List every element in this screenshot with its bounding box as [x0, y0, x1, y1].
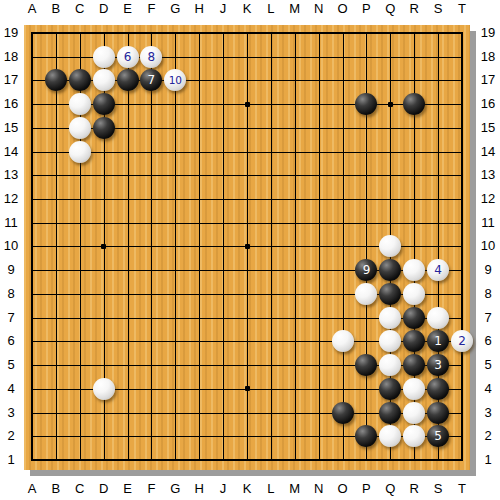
col-label-L: L [260, 482, 282, 496]
stone-Q9[interactable] [379, 259, 401, 281]
move-number-9: 9 [363, 264, 371, 276]
row-label-14: 14 [477, 145, 499, 159]
row-label-3: 3 [477, 406, 499, 420]
grid-line-vertical [461, 32, 463, 461]
stone-E18[interactable]: 6 [117, 46, 139, 68]
col-label-C: C [69, 482, 91, 496]
col-label-B: B [45, 482, 67, 496]
col-label-A: A [21, 2, 43, 16]
stone-P2[interactable] [355, 425, 377, 447]
col-label-P: P [355, 2, 377, 16]
stone-D17[interactable] [93, 69, 115, 91]
row-label-13: 13 [477, 168, 499, 182]
stone-F18[interactable]: 8 [140, 46, 162, 68]
col-label-E: E [117, 482, 139, 496]
col-label-T: T [451, 482, 473, 496]
row-label-1: 1 [0, 453, 22, 467]
move-number-8: 8 [148, 51, 156, 63]
stone-R7[interactable] [403, 307, 425, 329]
col-label-T: T [451, 2, 473, 16]
col-label-C: C [69, 2, 91, 16]
stone-Q2[interactable] [379, 425, 401, 447]
col-label-O: O [332, 2, 354, 16]
move-number-4: 4 [434, 264, 442, 276]
stone-T6[interactable]: 2 [451, 330, 473, 352]
move-number-6: 6 [124, 51, 132, 63]
stone-Q6[interactable] [379, 330, 401, 352]
stone-D4[interactable] [93, 378, 115, 400]
stone-R3[interactable] [403, 402, 425, 424]
col-label-H: H [188, 2, 210, 16]
stone-D15[interactable] [93, 117, 115, 139]
row-label-18: 18 [477, 50, 499, 64]
stone-R4[interactable] [403, 378, 425, 400]
stone-S9[interactable]: 4 [427, 259, 449, 281]
row-label-19: 19 [0, 26, 22, 40]
star-point-D10 [101, 244, 106, 249]
col-label-S: S [427, 2, 449, 16]
col-label-R: R [403, 482, 425, 496]
col-label-M: M [284, 2, 306, 16]
row-label-7: 7 [477, 311, 499, 325]
stone-Q4[interactable] [379, 378, 401, 400]
row-label-3: 3 [0, 406, 22, 420]
row-label-18: 18 [0, 50, 22, 64]
col-label-J: J [212, 482, 234, 496]
stone-S7[interactable] [427, 307, 449, 329]
stone-C16[interactable] [69, 93, 91, 115]
star-point-K4 [245, 386, 250, 391]
row-label-15: 15 [0, 121, 22, 135]
row-label-11: 11 [0, 216, 22, 230]
stone-R5[interactable] [403, 354, 425, 376]
col-label-G: G [164, 482, 186, 496]
grid-line-vertical [295, 33, 296, 461]
col-label-N: N [308, 482, 330, 496]
row-label-10: 10 [477, 239, 499, 253]
grid-line-vertical [343, 33, 344, 461]
star-point-K10 [245, 244, 250, 249]
row-label-8: 8 [0, 287, 22, 301]
col-label-J: J [212, 2, 234, 16]
stone-R2[interactable] [403, 425, 425, 447]
stone-S5[interactable]: 3 [427, 354, 449, 376]
stone-F17[interactable]: 7 [140, 69, 162, 91]
goban[interactable]: 68710941235 [24, 25, 470, 470]
star-point-Q16 [388, 102, 393, 107]
move-number-2: 2 [458, 335, 466, 347]
row-label-19: 19 [477, 26, 499, 40]
stone-C15[interactable] [69, 117, 91, 139]
row-label-2: 2 [0, 429, 22, 443]
col-label-G: G [164, 2, 186, 16]
stone-Q5[interactable] [379, 354, 401, 376]
row-label-1: 1 [477, 453, 499, 467]
row-label-17: 17 [0, 73, 22, 87]
row-label-16: 16 [477, 97, 499, 111]
col-label-Q: Q [379, 2, 401, 16]
stone-B17[interactable] [45, 69, 67, 91]
row-label-14: 14 [0, 145, 22, 159]
col-label-Q: Q [379, 482, 401, 496]
stone-O3[interactable] [332, 402, 354, 424]
row-label-8: 8 [477, 287, 499, 301]
row-label-17: 17 [477, 73, 499, 87]
col-label-K: K [236, 482, 258, 496]
col-label-D: D [93, 2, 115, 16]
stone-D16[interactable] [93, 93, 115, 115]
stone-C14[interactable] [69, 141, 91, 163]
stone-P16[interactable] [355, 93, 377, 115]
row-label-5: 5 [0, 358, 22, 372]
stone-E17[interactable] [117, 69, 139, 91]
col-label-M: M [284, 482, 306, 496]
col-label-E: E [117, 2, 139, 16]
stone-C17[interactable] [69, 69, 91, 91]
row-label-9: 9 [477, 263, 499, 277]
move-number-5: 5 [434, 430, 442, 442]
col-label-R: R [403, 2, 425, 16]
row-label-5: 5 [477, 358, 499, 372]
stone-R6[interactable] [403, 330, 425, 352]
grid-line-vertical [271, 33, 272, 461]
row-label-4: 4 [477, 382, 499, 396]
row-label-13: 13 [0, 168, 22, 182]
col-label-H: H [188, 482, 210, 496]
col-label-B: B [45, 2, 67, 16]
col-label-F: F [140, 2, 162, 16]
col-label-D: D [93, 482, 115, 496]
move-number-7: 7 [148, 74, 156, 86]
stone-S4[interactable] [427, 378, 449, 400]
row-label-12: 12 [0, 192, 22, 206]
stone-R9[interactable] [403, 259, 425, 281]
col-label-A: A [21, 482, 43, 496]
row-label-10: 10 [0, 239, 22, 253]
stone-O6[interactable] [332, 330, 354, 352]
stone-P8[interactable] [355, 283, 377, 305]
col-label-K: K [236, 2, 258, 16]
row-label-2: 2 [477, 429, 499, 443]
stone-Q3[interactable] [379, 402, 401, 424]
row-label-9: 9 [0, 263, 22, 277]
col-label-N: N [308, 2, 330, 16]
stone-S6[interactable]: 1 [427, 330, 449, 352]
col-label-O: O [332, 482, 354, 496]
grid-line-horizontal [31, 459, 463, 461]
stone-Q7[interactable] [379, 307, 401, 329]
stone-D18[interactable] [93, 46, 115, 68]
col-label-L: L [260, 2, 282, 16]
row-label-11: 11 [477, 216, 499, 230]
stone-S3[interactable] [427, 402, 449, 424]
row-label-6: 6 [477, 334, 499, 348]
star-point-K16 [245, 102, 250, 107]
stone-R16[interactable] [403, 93, 425, 115]
row-label-12: 12 [477, 192, 499, 206]
col-label-S: S [427, 482, 449, 496]
col-label-F: F [140, 482, 162, 496]
stone-P9[interactable]: 9 [355, 259, 377, 281]
row-label-15: 15 [477, 121, 499, 135]
row-label-4: 4 [0, 382, 22, 396]
stone-G17[interactable]: 10 [164, 69, 186, 91]
move-number-10: 10 [169, 74, 182, 86]
stone-R8[interactable] [403, 283, 425, 305]
stone-Q8[interactable] [379, 283, 401, 305]
stone-P5[interactable] [355, 354, 377, 376]
move-number-3: 3 [434, 359, 442, 371]
grid-line-vertical [319, 33, 320, 461]
stone-S2[interactable]: 5 [427, 425, 449, 447]
row-label-6: 6 [0, 334, 22, 348]
row-label-16: 16 [0, 97, 22, 111]
col-label-P: P [355, 482, 377, 496]
stone-Q10[interactable] [379, 235, 401, 257]
row-label-7: 7 [0, 311, 22, 325]
move-number-1: 1 [434, 335, 442, 347]
